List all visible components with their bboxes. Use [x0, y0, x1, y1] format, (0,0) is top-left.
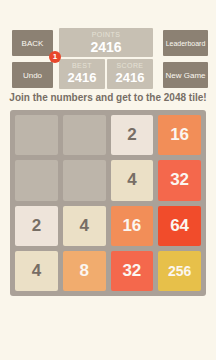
empty-cell — [15, 160, 58, 200]
score-panel: SCORE 2416 — [107, 59, 153, 89]
tile-16: 16 — [158, 115, 201, 155]
tile-8: 8 — [63, 251, 106, 291]
tile-4: 4 — [63, 206, 106, 246]
score-label: SCORE — [117, 62, 144, 70]
tile-4: 4 — [15, 251, 58, 291]
new-game-button[interactable]: New Game — [163, 62, 208, 88]
undo-button[interactable]: Undo — [12, 62, 53, 88]
back-button[interactable]: BACK — [12, 30, 53, 56]
tile-4: 4 — [111, 160, 154, 200]
points-panel: POINTS 2416 — [59, 28, 153, 57]
tile-32: 32 — [158, 160, 201, 200]
leaderboard-button[interactable]: Leaderboard — [163, 30, 208, 56]
best-label: BEST — [72, 62, 92, 70]
empty-cell — [63, 160, 106, 200]
empty-cell — [15, 115, 58, 155]
score-value: 2416 — [116, 70, 145, 86]
tile-2: 2 — [111, 115, 154, 155]
game-board[interactable]: 2164322416644832256 — [10, 110, 206, 296]
best-value: 2416 — [68, 70, 97, 86]
best-panel: BEST 2416 — [59, 59, 105, 89]
points-value: 2416 — [90, 39, 121, 55]
empty-cell — [63, 115, 106, 155]
tile-256: 256 — [158, 251, 201, 291]
tile-16: 16 — [111, 206, 154, 246]
instruction-text: Join the numbers and get to the 2048 til… — [0, 92, 216, 103]
undo-count-badge: 1 — [49, 51, 61, 63]
points-label: POINTS — [92, 31, 120, 39]
tile-32: 32 — [111, 251, 154, 291]
tile-64: 64 — [158, 206, 201, 246]
tile-2: 2 — [15, 206, 58, 246]
2048-app-screen: BACK POINTS 2416 Leaderboard Undo 1 BEST… — [0, 0, 216, 360]
